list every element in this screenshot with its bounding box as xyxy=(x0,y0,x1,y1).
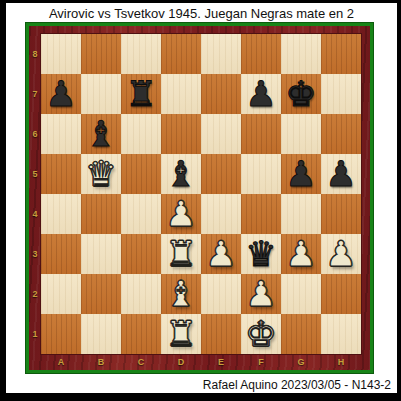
square-b6[interactable]: ♝ xyxy=(81,114,121,154)
square-b7[interactable] xyxy=(81,74,121,114)
square-f1[interactable]: ♚ xyxy=(241,314,281,354)
square-e4[interactable] xyxy=(201,194,241,234)
rank-label-5: 5 xyxy=(29,154,41,194)
chessboard: ♟♜♟♚♝♛♝♟♟♟♜♟♛♟♟♝♟♜♚ xyxy=(41,34,361,354)
square-a4[interactable] xyxy=(41,194,81,234)
square-e7[interactable] xyxy=(201,74,241,114)
square-h2[interactable] xyxy=(321,274,361,314)
square-g1[interactable] xyxy=(281,314,321,354)
square-e2[interactable] xyxy=(201,274,241,314)
white-queen[interactable]: ♛ xyxy=(85,154,116,194)
square-c4[interactable] xyxy=(121,194,161,234)
square-b5[interactable]: ♛ xyxy=(81,154,121,194)
file-label-b: B xyxy=(81,355,121,369)
file-label-a: A xyxy=(41,355,81,369)
white-pawn[interactable]: ♟ xyxy=(325,234,356,274)
black-queen[interactable]: ♛ xyxy=(245,234,276,274)
square-f4[interactable] xyxy=(241,194,281,234)
square-e6[interactable] xyxy=(201,114,241,154)
rank-label-7: 7 xyxy=(29,74,41,114)
square-h1[interactable] xyxy=(321,314,361,354)
black-bishop[interactable]: ♝ xyxy=(165,154,196,194)
square-c8[interactable] xyxy=(121,34,161,74)
square-h3[interactable]: ♟ xyxy=(321,234,361,274)
file-label-c: C xyxy=(121,355,161,369)
black-pawn[interactable]: ♟ xyxy=(45,74,76,114)
square-g3[interactable]: ♟ xyxy=(281,234,321,274)
square-d5[interactable]: ♝ xyxy=(161,154,201,194)
square-f8[interactable] xyxy=(241,34,281,74)
board-wood-border: 87654321 ♟♜♟♚♝♛♝♟♟♟♜♟♛♟♟♝♟♜♚ ABCDEFGH xyxy=(29,26,370,370)
square-h6[interactable] xyxy=(321,114,361,154)
rank-label-6: 6 xyxy=(29,114,41,154)
square-g5[interactable]: ♟ xyxy=(281,154,321,194)
square-b4[interactable] xyxy=(81,194,121,234)
square-g6[interactable] xyxy=(281,114,321,154)
square-f5[interactable] xyxy=(241,154,281,194)
black-bishop[interactable]: ♝ xyxy=(85,114,116,154)
square-a2[interactable] xyxy=(41,274,81,314)
square-e8[interactable] xyxy=(201,34,241,74)
rank-label-1: 1 xyxy=(29,314,41,354)
square-f7[interactable]: ♟ xyxy=(241,74,281,114)
black-pawn[interactable]: ♟ xyxy=(285,154,316,194)
square-g4[interactable] xyxy=(281,194,321,234)
square-g8[interactable] xyxy=(281,34,321,74)
square-d8[interactable] xyxy=(161,34,201,74)
square-c5[interactable] xyxy=(121,154,161,194)
rank-label-4: 4 xyxy=(29,194,41,234)
rank-label-8: 8 xyxy=(29,34,41,74)
square-h4[interactable] xyxy=(321,194,361,234)
square-d2[interactable]: ♝ xyxy=(161,274,201,314)
black-pawn[interactable]: ♟ xyxy=(325,154,356,194)
rank-label-3: 3 xyxy=(29,234,41,274)
rank-labels: 87654321 xyxy=(29,34,41,354)
white-pawn[interactable]: ♟ xyxy=(205,234,236,274)
square-a1[interactable] xyxy=(41,314,81,354)
square-a6[interactable] xyxy=(41,114,81,154)
square-g7[interactable]: ♚ xyxy=(281,74,321,114)
square-a7[interactable]: ♟ xyxy=(41,74,81,114)
white-pawn[interactable]: ♟ xyxy=(245,274,276,314)
square-e3[interactable]: ♟ xyxy=(201,234,241,274)
white-rook[interactable]: ♜ xyxy=(165,314,196,354)
black-pawn[interactable]: ♟ xyxy=(245,74,276,114)
square-c7[interactable]: ♜ xyxy=(121,74,161,114)
chessboard-frame: 87654321 ♟♜♟♚♝♛♝♟♟♟♜♟♛♟♟♝♟♜♚ ABCDEFGH xyxy=(25,22,374,374)
file-label-f: F xyxy=(241,355,281,369)
square-b2[interactable] xyxy=(81,274,121,314)
rank-label-2: 2 xyxy=(29,274,41,314)
file-label-g: G xyxy=(281,355,321,369)
square-a8[interactable] xyxy=(41,34,81,74)
white-bishop[interactable]: ♝ xyxy=(165,274,196,314)
file-labels: ABCDEFGH xyxy=(41,355,361,369)
white-king[interactable]: ♚ xyxy=(245,314,276,354)
puzzle-title: Avirovic vs Tsvetkov 1945. Juegan Negras… xyxy=(6,6,397,21)
square-d4[interactable]: ♟ xyxy=(161,194,201,234)
square-h8[interactable] xyxy=(321,34,361,74)
white-rook[interactable]: ♜ xyxy=(165,234,196,274)
square-d3[interactable]: ♜ xyxy=(161,234,201,274)
square-c2[interactable] xyxy=(121,274,161,314)
square-h5[interactable]: ♟ xyxy=(321,154,361,194)
square-c6[interactable] xyxy=(121,114,161,154)
author-caption: Rafael Aquino 2023/03/05 - N143-2 xyxy=(203,378,391,392)
square-g2[interactable] xyxy=(281,274,321,314)
white-pawn[interactable]: ♟ xyxy=(285,234,316,274)
square-h7[interactable] xyxy=(321,74,361,114)
square-e5[interactable] xyxy=(201,154,241,194)
square-f3[interactable]: ♛ xyxy=(241,234,281,274)
square-c3[interactable] xyxy=(121,234,161,274)
square-c1[interactable] xyxy=(121,314,161,354)
black-king[interactable]: ♚ xyxy=(285,74,316,114)
file-label-h: H xyxy=(321,355,361,369)
square-d6[interactable] xyxy=(161,114,201,154)
square-a5[interactable] xyxy=(41,154,81,194)
square-f2[interactable]: ♟ xyxy=(241,274,281,314)
square-b3[interactable] xyxy=(81,234,121,274)
square-f6[interactable] xyxy=(241,114,281,154)
white-pawn[interactable]: ♟ xyxy=(165,194,196,234)
file-label-d: D xyxy=(161,355,201,369)
square-a3[interactable] xyxy=(41,234,81,274)
square-b8[interactable] xyxy=(81,34,121,74)
square-e1[interactable] xyxy=(201,314,241,354)
page-background: Avirovic vs Tsvetkov 1945. Juegan Negras… xyxy=(6,3,397,393)
square-b1[interactable] xyxy=(81,314,121,354)
black-rook[interactable]: ♜ xyxy=(125,74,156,114)
file-label-e: E xyxy=(201,355,241,369)
square-d7[interactable] xyxy=(161,74,201,114)
square-d1[interactable]: ♜ xyxy=(161,314,201,354)
